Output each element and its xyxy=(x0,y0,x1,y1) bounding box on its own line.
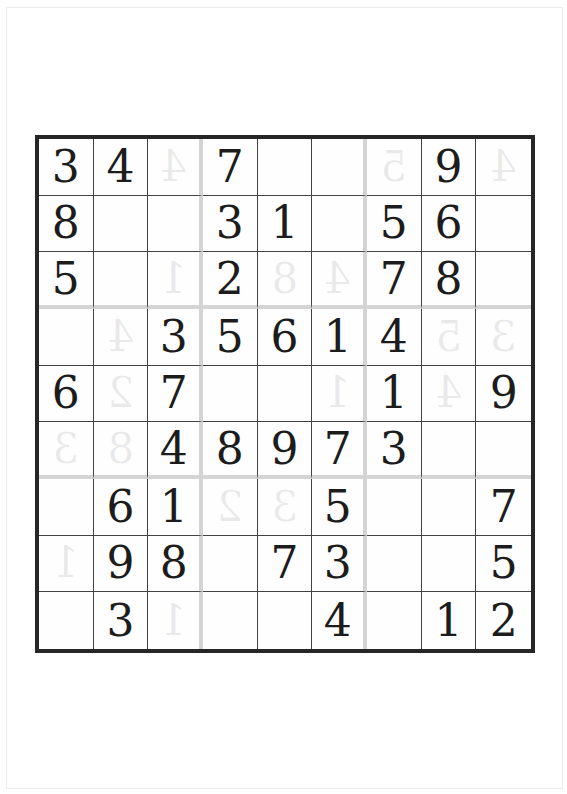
given-digit: 1 xyxy=(160,485,188,529)
given-digit: 5 xyxy=(380,201,408,245)
cell-r2c9 xyxy=(476,196,531,253)
cell-r6c2: 8 xyxy=(94,422,149,479)
cell-r9c6: 4 xyxy=(312,592,367,649)
cell-r5c4 xyxy=(203,366,258,423)
cell-r9c8: 1 xyxy=(422,592,477,649)
given-digit: 7 xyxy=(490,485,518,529)
cell-r5c9: 9 xyxy=(476,366,531,423)
cell-r7c5: 3 xyxy=(258,479,313,536)
given-digit: 4 xyxy=(106,145,134,189)
cell-r3c3: 1 xyxy=(148,252,203,309)
cell-r5c8: 4 xyxy=(422,366,477,423)
cell-r8c3: 8 xyxy=(148,536,203,593)
cell-r1c2: 4 xyxy=(94,139,149,196)
ghost-digit: 1 xyxy=(148,252,199,305)
ghost-digit: 8 xyxy=(258,252,312,305)
given-digit: 2 xyxy=(490,599,518,643)
given-digit: 6 xyxy=(52,371,80,415)
ghost-digit: 5 xyxy=(367,139,421,195)
cell-r5c2: 2 xyxy=(94,366,149,423)
cell-r2c3 xyxy=(148,196,203,253)
cell-r7c3: 1 xyxy=(148,479,203,536)
cell-r5c3: 7 xyxy=(148,366,203,423)
given-digit: 5 xyxy=(52,257,80,301)
ghost-digit: 4 xyxy=(94,309,148,365)
ghost-digit: 3 xyxy=(476,309,531,365)
cell-r6c6: 7 xyxy=(312,422,367,479)
given-digit: 9 xyxy=(434,145,462,189)
cell-r1c4: 7 xyxy=(203,139,258,196)
cell-r2c5: 1 xyxy=(258,196,313,253)
given-digit: 8 xyxy=(434,257,462,301)
cell-r3c6: 4 xyxy=(312,252,367,309)
given-digit: 4 xyxy=(160,427,188,471)
ghost-digit: 4 xyxy=(422,366,476,422)
given-digit: 3 xyxy=(160,315,188,359)
cell-r1c1: 3 xyxy=(39,139,94,196)
ghost-digit: 5 xyxy=(422,309,476,365)
given-digit: 6 xyxy=(434,201,462,245)
cell-r1c3: 4 xyxy=(148,139,203,196)
ghost-digit: 4 xyxy=(148,139,199,195)
given-digit: 9 xyxy=(490,371,518,415)
ghost-digit: 4 xyxy=(312,252,363,305)
ghost-digit: 3 xyxy=(258,479,312,535)
cell-r8c1: 1 xyxy=(39,536,94,593)
cell-r3c2 xyxy=(94,252,149,309)
cell-r4c6: 1 xyxy=(312,309,367,366)
given-digit: 4 xyxy=(380,315,408,359)
given-digit: 1 xyxy=(434,599,462,643)
given-digit: 6 xyxy=(106,485,134,529)
cell-r9c4 xyxy=(203,592,258,649)
cell-r1c7: 5 xyxy=(367,139,422,196)
cell-r2c7: 5 xyxy=(367,196,422,253)
given-digit: 8 xyxy=(216,427,244,471)
cell-r8c5: 7 xyxy=(258,536,313,593)
cell-r4c8: 5 xyxy=(422,309,477,366)
given-digit: 7 xyxy=(160,371,188,415)
given-digit: 8 xyxy=(52,201,80,245)
cell-r3c7: 7 xyxy=(367,252,422,309)
cell-r6c7: 3 xyxy=(367,422,422,479)
given-digit: 8 xyxy=(160,541,188,585)
cell-r7c4: 2 xyxy=(203,479,258,536)
cell-r6c3: 4 xyxy=(148,422,203,479)
cell-r2c2 xyxy=(94,196,149,253)
scanned-puzzle-page: 3447594831565128478435614536271149384897… xyxy=(0,0,567,794)
cell-r3c1: 5 xyxy=(39,252,94,309)
given-digit: 5 xyxy=(324,485,352,529)
cell-r2c6 xyxy=(312,196,367,253)
cell-r9c7 xyxy=(367,592,422,649)
ghost-digit: 4 xyxy=(476,139,531,195)
cell-r7c2: 6 xyxy=(94,479,149,536)
given-digit: 1 xyxy=(270,201,298,245)
ghost-digit: 1 xyxy=(148,592,199,649)
cell-r6c8 xyxy=(422,422,477,479)
cell-r7c1 xyxy=(39,479,94,536)
cell-r3c5: 8 xyxy=(258,252,313,309)
ghost-digit: 1 xyxy=(39,536,93,592)
cell-r7c7 xyxy=(367,479,422,536)
cell-r8c2: 9 xyxy=(94,536,149,593)
cell-r4c5: 6 xyxy=(258,309,313,366)
given-digit: 7 xyxy=(380,257,408,301)
cell-r4c4: 5 xyxy=(203,309,258,366)
given-digit: 4 xyxy=(324,599,352,643)
cell-r2c8: 6 xyxy=(422,196,477,253)
cell-r4c2: 4 xyxy=(94,309,149,366)
cell-r1c8: 9 xyxy=(422,139,477,196)
cell-r6c4: 8 xyxy=(203,422,258,479)
cell-r5c5 xyxy=(258,366,313,423)
given-digit: 1 xyxy=(324,315,352,359)
cell-r8c8 xyxy=(422,536,477,593)
cell-r4c7: 4 xyxy=(367,309,422,366)
cell-r5c7: 1 xyxy=(367,366,422,423)
cell-r4c9: 3 xyxy=(476,309,531,366)
cell-r1c5 xyxy=(258,139,313,196)
given-digit: 3 xyxy=(52,145,80,189)
given-digit: 9 xyxy=(106,541,134,585)
cell-r1c9: 4 xyxy=(476,139,531,196)
cell-r9c1 xyxy=(39,592,94,649)
cell-r2c1: 8 xyxy=(39,196,94,253)
cell-r3c8: 8 xyxy=(422,252,477,309)
cell-r5c6: 1 xyxy=(312,366,367,423)
ghost-digit: 3 xyxy=(39,422,93,475)
given-digit: 3 xyxy=(380,427,408,471)
ghost-digit: 8 xyxy=(94,422,148,475)
cell-r8c4 xyxy=(203,536,258,593)
given-digit: 7 xyxy=(270,541,298,585)
cell-r5c1: 6 xyxy=(39,366,94,423)
cell-r4c3: 3 xyxy=(148,309,203,366)
given-digit: 5 xyxy=(490,541,518,585)
given-digit: 9 xyxy=(270,427,298,471)
given-digit: 3 xyxy=(216,201,244,245)
cell-r9c9: 2 xyxy=(476,592,531,649)
cell-r8c7 xyxy=(367,536,422,593)
cell-r6c5: 9 xyxy=(258,422,313,479)
given-digit: 2 xyxy=(216,257,244,301)
given-digit: 7 xyxy=(324,427,352,471)
cell-r6c9 xyxy=(476,422,531,479)
cell-r1c6 xyxy=(312,139,367,196)
given-digit: 5 xyxy=(216,315,244,359)
cell-r9c2: 3 xyxy=(94,592,149,649)
cell-r8c6: 3 xyxy=(312,536,367,593)
cell-r3c9 xyxy=(476,252,531,309)
given-digit: 7 xyxy=(216,145,244,189)
given-digit: 3 xyxy=(106,599,134,643)
given-digit: 6 xyxy=(270,315,298,359)
given-digit: 3 xyxy=(324,541,352,585)
cell-r7c9: 7 xyxy=(476,479,531,536)
cell-r2c4: 3 xyxy=(203,196,258,253)
cell-r9c5 xyxy=(258,592,313,649)
cell-r7c8 xyxy=(422,479,477,536)
ghost-digit: 2 xyxy=(94,366,148,422)
cell-r6c1: 3 xyxy=(39,422,94,479)
ghost-digit: 1 xyxy=(312,366,363,422)
ghost-digit: 2 xyxy=(203,479,257,535)
cell-r4c1 xyxy=(39,309,94,366)
cell-r9c3: 1 xyxy=(148,592,203,649)
cell-r7c6: 5 xyxy=(312,479,367,536)
given-digit: 1 xyxy=(380,371,408,415)
cell-r3c4: 2 xyxy=(203,252,258,309)
cell-r8c9: 5 xyxy=(476,536,531,593)
sudoku-board: 3447594831565128478435614536271149384897… xyxy=(35,135,535,653)
